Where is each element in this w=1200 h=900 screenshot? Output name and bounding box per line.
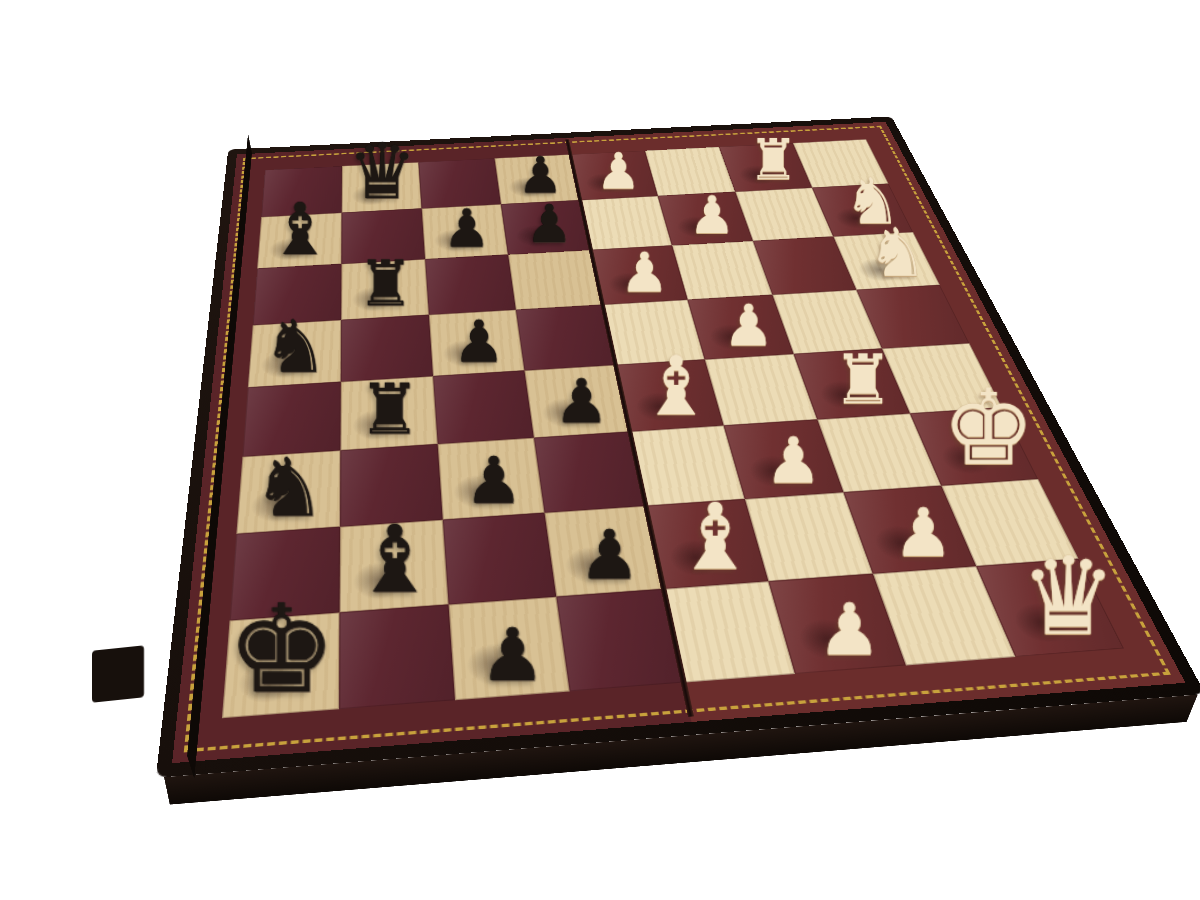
black-pawn[interactable]: ♟ bbox=[554, 373, 609, 431]
square-f4[interactable]: ♟ bbox=[590, 245, 687, 304]
black-pawn[interactable]: ♟ bbox=[479, 621, 545, 690]
black-pawn[interactable]: ♟ bbox=[525, 200, 572, 250]
square-b7[interactable]: ♝ bbox=[340, 520, 449, 613]
black-pawn[interactable]: ♟ bbox=[578, 523, 639, 588]
white-king[interactable]: ♚ bbox=[941, 379, 1035, 478]
square-d5[interactable]: ♟ bbox=[524, 365, 629, 438]
square-f7[interactable]: ♜ bbox=[341, 259, 429, 320]
chess-board: ♛♟♟♜♝♟♟♟♞♜♟♞♞♟♟♜♟♝♜♞♟♟♚♝♟♝♟♚♟♟♛ bbox=[156, 117, 1200, 778]
white-rook[interactable]: ♜ bbox=[748, 134, 799, 188]
square-e5[interactable] bbox=[516, 305, 615, 371]
black-pawn[interactable]: ♟ bbox=[452, 315, 504, 370]
white-rook[interactable]: ♜ bbox=[832, 348, 893, 413]
scene: ♛♟♟♜♝♟♟♟♞♜♟♞♞♟♟♜♟♝♜♞♟♟♚♝♟♝♟♚♟♟♛ bbox=[0, 0, 1200, 900]
square-d4[interactable]: ♝ bbox=[615, 359, 724, 431]
white-bishop[interactable]: ♝ bbox=[639, 347, 712, 425]
square-c6[interactable]: ♟ bbox=[438, 438, 545, 520]
white-pawn[interactable]: ♟ bbox=[893, 502, 953, 566]
black-bishop[interactable]: ♝ bbox=[352, 516, 435, 604]
board-rim: ♛♟♟♜♝♟♟♟♞♜♟♞♞♟♟♜♟♝♜♞♟♟♚♝♟♝♟♚♟♟♛ bbox=[156, 117, 1200, 778]
white-pawn[interactable]: ♟ bbox=[688, 191, 735, 241]
square-d2[interactable]: ♜ bbox=[794, 349, 910, 420]
photo-background: ♛♟♟♜♝♟♟♟♞♜♟♞♞♟♟♜♟♝♜♞♟♟♚♝♟♝♟♚♟♟♛ bbox=[0, 0, 1200, 900]
square-b6[interactable] bbox=[443, 513, 557, 605]
white-pawn[interactable]: ♟ bbox=[723, 299, 775, 354]
square-g5[interactable]: ♟ bbox=[501, 200, 590, 254]
square-b4[interactable]: ♝ bbox=[645, 499, 768, 589]
white-pawn[interactable]: ♟ bbox=[764, 431, 821, 492]
black-knight[interactable]: ♞ bbox=[252, 449, 325, 526]
board-margin: ♛♟♟♜♝♟♟♟♞♜♟♞♞♟♟♜♟♝♜♞♟♟♚♝♟♝♟♚♟♟♛ bbox=[172, 122, 1185, 763]
black-bishop[interactable]: ♝ bbox=[267, 195, 331, 263]
square-h7[interactable]: ♛ bbox=[342, 162, 422, 213]
square-g6[interactable]: ♟ bbox=[422, 204, 508, 259]
black-rook[interactable]: ♜ bbox=[358, 377, 421, 444]
black-pawn[interactable]: ♟ bbox=[443, 204, 490, 254]
square-h4[interactable]: ♟ bbox=[570, 151, 658, 201]
black-knight[interactable]: ♞ bbox=[262, 312, 327, 381]
black-king[interactable]: ♚ bbox=[226, 592, 336, 708]
square-g8[interactable]: ♝ bbox=[257, 213, 342, 269]
square-a8[interactable]: ♚ bbox=[222, 612, 340, 718]
white-queen[interactable]: ♛ bbox=[1019, 545, 1116, 648]
square-c8[interactable]: ♞ bbox=[236, 450, 340, 534]
white-knight[interactable]: ♞ bbox=[867, 221, 927, 285]
square-d3[interactable] bbox=[705, 354, 818, 426]
square-c1[interactable]: ♚ bbox=[910, 408, 1038, 486]
white-pawn[interactable]: ♟ bbox=[596, 148, 641, 196]
square-a7[interactable] bbox=[339, 605, 455, 710]
white-pawn[interactable]: ♟ bbox=[620, 247, 669, 299]
square-d6[interactable] bbox=[433, 371, 534, 445]
black-queen[interactable]: ♛ bbox=[347, 135, 416, 208]
square-e8[interactable]: ♞ bbox=[248, 320, 341, 388]
square-e6[interactable]: ♟ bbox=[429, 310, 525, 376]
square-f5[interactable] bbox=[508, 250, 602, 310]
white-bishop[interactable]: ♝ bbox=[674, 494, 756, 581]
white-pawn[interactable]: ♟ bbox=[817, 596, 881, 664]
black-rook[interactable]: ♜ bbox=[357, 254, 414, 314]
square-d7[interactable]: ♜ bbox=[341, 376, 438, 450]
square-a6[interactable]: ♟ bbox=[449, 597, 570, 701]
board-corner-foot bbox=[92, 645, 144, 702]
black-pawn[interactable]: ♟ bbox=[464, 451, 522, 513]
square-f6[interactable] bbox=[425, 255, 516, 315]
